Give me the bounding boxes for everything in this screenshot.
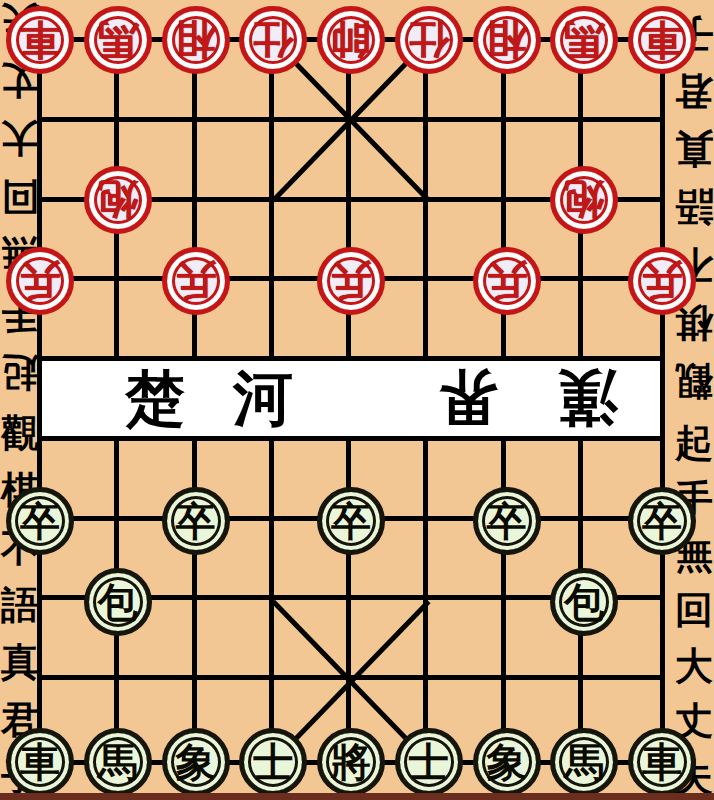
piece-black-soldier[interactable]: 卒: [317, 487, 385, 555]
side-text-char: 大: [1, 119, 39, 157]
piece-red-soldier[interactable]: 兵: [6, 247, 74, 315]
board-cell: [274, 122, 351, 202]
board-cell: [197, 600, 274, 680]
board-cell: [428, 600, 505, 680]
board-cell: [274, 600, 351, 680]
side-text-char: 語: [1, 586, 39, 624]
piece-black-cannon[interactable]: 包: [84, 568, 152, 636]
side-text-char: 回: [675, 591, 713, 629]
side-text-char: 君: [675, 72, 713, 110]
side-text-char: 真: [1, 643, 39, 681]
piece-red-advisor[interactable]: 仕: [239, 6, 307, 74]
piece-black-soldier[interactable]: 卒: [162, 487, 230, 555]
piece-black-horse[interactable]: 馬: [550, 728, 618, 796]
board-cell: [351, 600, 428, 680]
side-text-char: 大: [675, 647, 713, 685]
piece-black-general[interactable]: 將: [317, 728, 385, 796]
piece-red-elephant[interactable]: 相: [162, 6, 230, 74]
piece-red-horse[interactable]: 馬: [550, 6, 618, 74]
bottom-edge-bar: [0, 793, 714, 800]
side-text-char: 觀: [675, 362, 713, 400]
piece-red-soldier[interactable]: 兵: [628, 247, 696, 315]
piece-red-soldier[interactable]: 兵: [317, 247, 385, 315]
piece-black-elephant[interactable]: 象: [473, 728, 541, 796]
river-label-chu-he: 楚河: [125, 368, 293, 428]
side-text-char: 棋: [675, 304, 713, 342]
piece-red-general[interactable]: 帥: [317, 6, 385, 74]
piece-red-chariot[interactable]: 車: [6, 6, 74, 74]
river-cell: [42, 361, 119, 441]
side-text-char: 起: [675, 424, 713, 462]
piece-black-horse[interactable]: 馬: [84, 728, 152, 796]
river-label-han-jie: 漢界: [438, 368, 618, 428]
piece-red-advisor[interactable]: 仕: [395, 6, 463, 74]
piece-red-soldier[interactable]: 兵: [162, 247, 230, 315]
piece-red-chariot[interactable]: 車: [628, 6, 696, 74]
piece-black-advisor[interactable]: 士: [395, 728, 463, 796]
side-text-char: 回: [1, 178, 39, 216]
side-text-char: 語: [675, 188, 713, 226]
river-label-char: 楚: [125, 368, 185, 428]
board-cell: [351, 122, 428, 202]
river-label-char: 漢: [558, 368, 618, 428]
piece-black-soldier[interactable]: 卒: [628, 487, 696, 555]
board-cell: [197, 122, 274, 202]
river-cell: [351, 361, 428, 441]
board-cell: [428, 122, 505, 202]
side-text-char: 真: [675, 130, 713, 168]
side-text-char: 觀: [1, 414, 39, 452]
piece-black-chariot[interactable]: 車: [628, 728, 696, 796]
piece-red-soldier[interactable]: 兵: [473, 247, 541, 315]
piece-red-elephant[interactable]: 相: [473, 6, 541, 74]
side-text-char: 起: [1, 354, 39, 392]
piece-black-advisor[interactable]: 士: [239, 728, 307, 796]
river-label-char: 河: [233, 368, 293, 428]
piece-black-soldier[interactable]: 卒: [473, 487, 541, 555]
piece-red-cannon[interactable]: 炮: [84, 166, 152, 234]
piece-black-chariot[interactable]: 車: [6, 728, 74, 796]
side-text-right-top: 觀棋不語真君子: [674, 14, 714, 400]
piece-red-horse[interactable]: 馬: [84, 6, 152, 74]
river-label-char: 界: [438, 368, 498, 428]
xiangqi-app: 楚河 漢界 起手無回大丈夫 觀棋不語真君子 觀棋不語真君子 起手無回大丈夫 車馬…: [0, 0, 714, 800]
piece-black-elephant[interactable]: 象: [162, 728, 230, 796]
piece-black-soldier[interactable]: 卒: [6, 487, 74, 555]
piece-black-cannon[interactable]: 包: [550, 568, 618, 636]
